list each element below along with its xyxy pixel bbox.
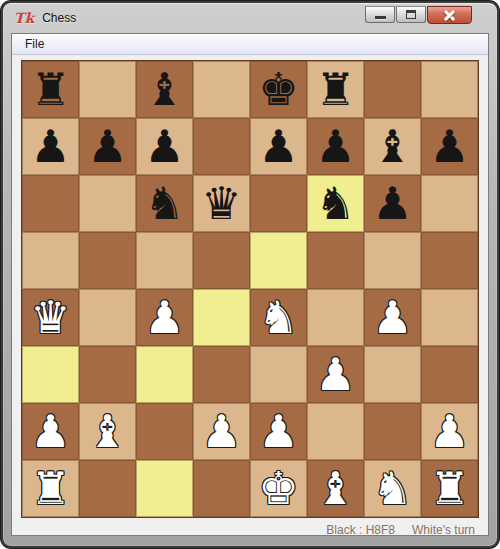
piece-white-rook: ♜	[429, 460, 469, 517]
piece-white-pawn: ♟	[429, 403, 469, 460]
square-f5[interactable]	[307, 232, 364, 289]
square-e5[interactable]	[250, 232, 307, 289]
square-e8[interactable]: ♚	[250, 61, 307, 118]
square-b5[interactable]	[79, 232, 136, 289]
tk-logo-icon: Tk	[14, 11, 34, 25]
square-a6[interactable]	[22, 175, 79, 232]
status-bar: Black : H8F8 White's turn	[12, 518, 488, 536]
square-c3[interactable]	[136, 346, 193, 403]
square-e1[interactable]: ♚	[250, 460, 307, 517]
square-d5[interactable]	[193, 232, 250, 289]
piece-white-pawn: ♟	[315, 346, 355, 403]
square-h4[interactable]	[421, 289, 478, 346]
square-c6[interactable]: ♞	[136, 175, 193, 232]
piece-black-bishop: ♝	[144, 61, 184, 118]
square-a5[interactable]	[22, 232, 79, 289]
square-e4[interactable]: ♞	[250, 289, 307, 346]
square-g5[interactable]	[364, 232, 421, 289]
square-a4[interactable]: ♛	[22, 289, 79, 346]
square-a2[interactable]: ♟	[22, 403, 79, 460]
square-f7[interactable]: ♟	[307, 118, 364, 175]
square-g8[interactable]	[364, 61, 421, 118]
piece-white-rook: ♜	[30, 460, 70, 517]
piece-black-queen: ♛	[201, 175, 241, 232]
piece-black-pawn: ♟	[315, 118, 355, 175]
square-d2[interactable]: ♟	[193, 403, 250, 460]
piece-white-queen: ♛	[30, 289, 70, 346]
square-e3[interactable]	[250, 346, 307, 403]
piece-black-knight: ♞	[315, 175, 355, 232]
piece-black-king: ♚	[258, 61, 298, 118]
piece-white-king: ♚	[258, 460, 298, 517]
piece-black-pawn: ♟	[87, 118, 127, 175]
square-a8[interactable]: ♜	[22, 61, 79, 118]
square-b4[interactable]	[79, 289, 136, 346]
close-button[interactable]	[427, 6, 472, 24]
square-b1[interactable]	[79, 460, 136, 517]
square-g6[interactable]: ♟	[364, 175, 421, 232]
piece-white-pawn: ♟	[258, 403, 298, 460]
menu-bar: File	[12, 34, 488, 55]
square-f8[interactable]: ♜	[307, 61, 364, 118]
square-f3[interactable]: ♟	[307, 346, 364, 403]
piece-white-bishop: ♝	[87, 403, 127, 460]
chess-app-window: Tk Chess File ♜♝♚♜♟♟♟♟♟♝♟♞♛♞♟♛♟♞♟♟♟♝♟♟♟♜…	[0, 0, 500, 549]
menu-item-file[interactable]: File	[20, 36, 49, 52]
square-a3[interactable]	[22, 346, 79, 403]
minimize-button[interactable]	[365, 6, 395, 23]
square-d7[interactable]	[193, 118, 250, 175]
piece-white-pawn: ♟	[201, 403, 241, 460]
close-icon	[444, 10, 455, 21]
square-a1[interactable]: ♜	[22, 460, 79, 517]
piece-black-pawn: ♟	[144, 118, 184, 175]
piece-white-knight: ♞	[258, 289, 298, 346]
square-f6[interactable]: ♞	[307, 175, 364, 232]
square-b7[interactable]: ♟	[79, 118, 136, 175]
square-b2[interactable]: ♝	[79, 403, 136, 460]
square-c8[interactable]: ♝	[136, 61, 193, 118]
window-title: Chess	[42, 11, 76, 25]
square-b6[interactable]	[79, 175, 136, 232]
square-b3[interactable]	[79, 346, 136, 403]
square-g3[interactable]	[364, 346, 421, 403]
square-c4[interactable]: ♟	[136, 289, 193, 346]
square-g7[interactable]: ♝	[364, 118, 421, 175]
square-b8[interactable]	[79, 61, 136, 118]
piece-black-rook: ♜	[30, 61, 70, 118]
maximize-icon	[406, 10, 416, 19]
square-a7[interactable]: ♟	[22, 118, 79, 175]
square-h1[interactable]: ♜	[421, 460, 478, 517]
piece-white-pawn: ♟	[372, 289, 412, 346]
piece-black-pawn: ♟	[30, 118, 70, 175]
square-e2[interactable]: ♟	[250, 403, 307, 460]
square-g4[interactable]: ♟	[364, 289, 421, 346]
chess-board: ♜♝♚♜♟♟♟♟♟♝♟♞♛♞♟♛♟♞♟♟♟♝♟♟♟♜♚♝♞♜	[21, 60, 479, 518]
window-controls	[365, 6, 472, 24]
last-move-label: Black : H8F8	[326, 523, 395, 537]
piece-white-pawn: ♟	[144, 289, 184, 346]
window-frame: Tk Chess File ♜♝♚♜♟♟♟♟♟♝♟♞♛♞♟♛♟♞♟♟♟♝♟♟♟♜…	[1, 1, 499, 548]
piece-black-bishop: ♝	[372, 118, 412, 175]
turn-label: White's turn	[412, 523, 475, 537]
square-c5[interactable]	[136, 232, 193, 289]
square-c1[interactable]	[136, 460, 193, 517]
piece-white-pawn: ♟	[30, 403, 70, 460]
piece-black-pawn: ♟	[372, 175, 412, 232]
square-h3[interactable]	[421, 346, 478, 403]
piece-black-pawn: ♟	[429, 118, 469, 175]
square-f2[interactable]	[307, 403, 364, 460]
piece-white-knight: ♞	[372, 460, 412, 517]
board-area: ♜♝♚♜♟♟♟♟♟♝♟♞♛♞♟♛♟♞♟♟♟♝♟♟♟♜♚♝♞♜	[12, 55, 488, 518]
square-d6[interactable]: ♛	[193, 175, 250, 232]
client-area: File ♜♝♚♜♟♟♟♟♟♝♟♞♛♞♟♛♟♞♟♟♟♝♟♟♟♜♚♝♞♜ Blac…	[11, 33, 489, 536]
square-f1[interactable]: ♝	[307, 460, 364, 517]
square-g1[interactable]: ♞	[364, 460, 421, 517]
square-e7[interactable]: ♟	[250, 118, 307, 175]
square-c2[interactable]	[136, 403, 193, 460]
square-g2[interactable]	[364, 403, 421, 460]
piece-black-pawn: ♟	[258, 118, 298, 175]
square-d8[interactable]	[193, 61, 250, 118]
square-d4[interactable]	[193, 289, 250, 346]
square-d1[interactable]	[193, 460, 250, 517]
piece-black-knight: ♞	[144, 175, 184, 232]
square-h7[interactable]: ♟	[421, 118, 478, 175]
square-h2[interactable]: ♟	[421, 403, 478, 460]
square-d3[interactable]	[193, 346, 250, 403]
square-h5[interactable]	[421, 232, 478, 289]
minimize-icon	[375, 16, 386, 19]
square-h6[interactable]	[421, 175, 478, 232]
square-f4[interactable]	[307, 289, 364, 346]
square-e6[interactable]	[250, 175, 307, 232]
square-c7[interactable]: ♟	[136, 118, 193, 175]
square-h8[interactable]	[421, 61, 478, 118]
maximize-button[interactable]	[396, 6, 426, 23]
piece-black-rook: ♜	[315, 61, 355, 118]
piece-white-bishop: ♝	[315, 460, 355, 517]
